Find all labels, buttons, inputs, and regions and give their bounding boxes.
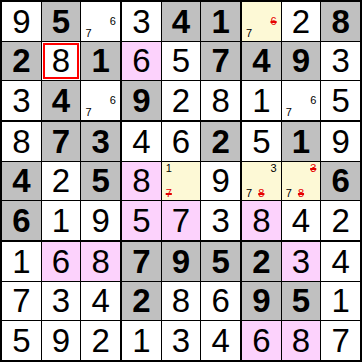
cell-r2c4[interactable]: 6 xyxy=(122,42,161,81)
given-digit: 9 xyxy=(292,44,310,77)
candidate-1: 1 xyxy=(163,163,175,175)
box-7: 168734592 xyxy=(2,242,120,360)
cell-r8c9[interactable]: 1 xyxy=(321,282,360,321)
entered-digit: 9 xyxy=(12,5,30,38)
cell-r3c3[interactable]: 76 xyxy=(81,81,120,120)
cell-r5c5[interactable]: 17 xyxy=(162,162,201,201)
given-digit: 6 xyxy=(12,204,30,237)
given-digit: 9 xyxy=(172,245,190,278)
given-digit: 4 xyxy=(172,5,190,38)
entered-digit: 1 xyxy=(252,84,270,117)
cell-r9c6[interactable]: 4 xyxy=(201,321,240,360)
given-digit: 5 xyxy=(52,5,70,38)
entered-digit: 4 xyxy=(132,125,150,158)
candidate-7: 7 xyxy=(243,187,255,199)
cell-r2c2[interactable]: 8 xyxy=(42,42,81,81)
entered-digit: 4 xyxy=(211,324,229,357)
pencil-marks: 76 xyxy=(82,82,119,119)
entered-digit: 4 xyxy=(91,284,109,317)
eliminated-candidate-7: 7 xyxy=(163,187,175,199)
given-digit: 2 xyxy=(12,44,30,77)
entered-digit: 3 xyxy=(211,204,229,237)
candidate-7: 7 xyxy=(82,27,94,39)
cell-r2c1[interactable]: 2 xyxy=(2,42,41,81)
cell-r8c3[interactable]: 4 xyxy=(81,282,120,321)
given-digit: 4 xyxy=(52,84,70,117)
entered-digit: 8 xyxy=(12,125,30,158)
entered-digit: 2 xyxy=(331,204,349,237)
entered-digit: 8 xyxy=(52,44,70,77)
entered-digit: 2 xyxy=(292,5,310,38)
cell-r5c7[interactable]: 378 xyxy=(242,162,281,201)
entered-digit: 8 xyxy=(172,284,190,317)
given-digit: 2 xyxy=(252,245,270,278)
cell-r9c8[interactable]: 8 xyxy=(282,321,321,360)
cell-r7c5[interactable]: 9 xyxy=(162,242,201,281)
entered-digit: 9 xyxy=(331,125,349,158)
cell-r4c7[interactable]: 5 xyxy=(242,122,281,161)
entered-digit: 5 xyxy=(331,84,349,117)
cell-r4c3[interactable]: 3 xyxy=(81,122,120,161)
cell-r9c3[interactable]: 2 xyxy=(81,321,120,360)
entered-digit: 6 xyxy=(52,245,70,278)
entered-digit: 2 xyxy=(172,84,190,117)
cell-r7c3[interactable]: 8 xyxy=(81,242,120,281)
cell-r5c8[interactable]: 378 xyxy=(282,162,321,201)
cell-r4c2[interactable]: 7 xyxy=(42,122,81,161)
given-digit: 3 xyxy=(91,125,109,158)
entered-digit: 7 xyxy=(172,204,190,237)
entered-digit: 1 xyxy=(12,245,30,278)
cell-r9c5[interactable]: 3 xyxy=(162,321,201,360)
entered-digit: 7 xyxy=(331,324,349,357)
cell-r1c9[interactable]: 8 xyxy=(321,2,360,41)
cell-r2c7[interactable]: 4 xyxy=(242,42,281,81)
cell-r6c1[interactable]: 6 xyxy=(2,201,41,240)
candidate-3: 3 xyxy=(267,163,279,175)
box-1: 95762813476 xyxy=(2,2,120,120)
given-digit: 7 xyxy=(132,245,150,278)
cell-r3c6[interactable]: 8 xyxy=(201,81,240,120)
entered-digit: 9 xyxy=(211,164,229,197)
given-digit: 9 xyxy=(132,84,150,117)
cell-r4c8[interactable]: 1 xyxy=(282,122,321,161)
entered-digit: 3 xyxy=(292,245,310,278)
box-8: 795286134 xyxy=(122,242,240,360)
given-digit: 7 xyxy=(52,125,70,158)
box-5: 4628179573 xyxy=(122,122,240,240)
entered-digit: 4 xyxy=(331,245,349,278)
given-digit: 5 xyxy=(91,164,109,197)
given-digit: 8 xyxy=(331,5,349,38)
cell-r1c2[interactable]: 5 xyxy=(42,2,81,41)
cell-r6c4[interactable]: 5 xyxy=(122,201,161,240)
cell-r3c5[interactable]: 2 xyxy=(162,81,201,120)
eliminated-candidate-6: 6 xyxy=(267,15,279,27)
cell-r9c4[interactable]: 1 xyxy=(122,321,161,360)
cell-r4c9[interactable]: 9 xyxy=(321,122,360,161)
candidate-6: 6 xyxy=(107,95,119,107)
pencil-marks: 378 xyxy=(283,163,320,200)
cell-r3c1[interactable]: 3 xyxy=(2,81,41,120)
cell-r5c2[interactable]: 2 xyxy=(42,162,81,201)
pencil-marks: 76 xyxy=(283,82,320,119)
entered-digit: 1 xyxy=(331,284,349,317)
cell-r4c5[interactable]: 6 xyxy=(162,122,201,161)
given-digit: 4 xyxy=(12,164,30,197)
cell-r1c5[interactable]: 4 xyxy=(162,2,201,41)
entered-digit: 1 xyxy=(132,324,150,357)
cell-r3c2[interactable]: 4 xyxy=(42,81,81,120)
entered-digit: 1 xyxy=(52,204,70,237)
cell-r3c8[interactable]: 76 xyxy=(282,81,321,120)
entered-digit: 5 xyxy=(172,44,190,77)
cell-r5c4[interactable]: 8 xyxy=(122,162,161,201)
cell-r4c1[interactable]: 8 xyxy=(2,122,41,161)
given-digit: 2 xyxy=(132,284,150,317)
cell-r8c7[interactable]: 9 xyxy=(242,282,281,321)
cell-r3c4[interactable]: 9 xyxy=(122,81,161,120)
box-2: 341657928 xyxy=(122,2,240,120)
cell-r2c9[interactable]: 3 xyxy=(321,42,360,81)
cell-r1c4[interactable]: 3 xyxy=(122,2,161,41)
cell-r3c9[interactable]: 5 xyxy=(321,81,360,120)
given-digit: 1 xyxy=(91,44,109,77)
cell-r2c8[interactable]: 9 xyxy=(282,42,321,81)
entered-digit: 5 xyxy=(132,204,150,237)
candidate-6: 6 xyxy=(307,95,319,107)
entered-digit: 2 xyxy=(91,324,109,357)
cell-r6c8[interactable]: 4 xyxy=(282,201,321,240)
candidate-7: 7 xyxy=(82,107,94,119)
cell-r8c5[interactable]: 8 xyxy=(162,282,201,321)
cell-r7c7[interactable]: 2 xyxy=(242,242,281,281)
candidate-7: 7 xyxy=(283,187,295,199)
pencil-marks: 378 xyxy=(243,163,280,200)
cell-r5c1[interactable]: 4 xyxy=(2,162,41,201)
cell-r1c7[interactable]: 76 xyxy=(242,2,281,41)
entered-digit: 7 xyxy=(12,284,30,317)
pencil-marks: 76 xyxy=(82,3,119,40)
entered-digit: 8 xyxy=(132,164,150,197)
given-digit: 1 xyxy=(292,125,310,158)
cell-r8c1[interactable]: 7 xyxy=(2,282,41,321)
box-3: 76284931765 xyxy=(242,2,360,120)
entered-digit: 6 xyxy=(252,324,270,357)
entered-digit: 5 xyxy=(252,125,270,158)
given-digit: 6 xyxy=(331,164,349,197)
entered-digit: 5 xyxy=(12,324,30,357)
cell-r7c4[interactable]: 7 xyxy=(122,242,161,281)
entered-digit: 9 xyxy=(91,204,109,237)
cell-r8c2[interactable]: 3 xyxy=(42,282,81,321)
cell-r2c5[interactable]: 5 xyxy=(162,42,201,81)
cell-r7c2[interactable]: 6 xyxy=(42,242,81,281)
cell-r8c6[interactable]: 6 xyxy=(201,282,240,321)
entered-digit: 6 xyxy=(211,284,229,317)
entered-digit: 3 xyxy=(331,44,349,77)
box-4: 873425619 xyxy=(2,122,120,240)
cell-r2c3[interactable]: 1 xyxy=(81,42,120,81)
given-digit: 9 xyxy=(252,284,270,317)
entered-digit: 3 xyxy=(172,324,190,357)
cell-r5c3[interactable]: 5 xyxy=(81,162,120,201)
sudoku-board: 9576281347634165792876284931765873425619… xyxy=(0,0,362,362)
eliminated-candidate-8: 8 xyxy=(295,187,307,199)
candidate-7: 7 xyxy=(243,27,255,39)
cell-r9c9[interactable]: 7 xyxy=(321,321,360,360)
box-6: 5193783786842 xyxy=(242,122,360,240)
cell-r9c1[interactable]: 5 xyxy=(2,321,41,360)
cell-r4c4[interactable]: 4 xyxy=(122,122,161,161)
cell-r9c2[interactable]: 9 xyxy=(42,321,81,360)
entered-digit: 8 xyxy=(211,84,229,117)
entered-digit: 6 xyxy=(132,44,150,77)
given-digit: 5 xyxy=(292,284,310,317)
entered-digit: 8 xyxy=(91,245,109,278)
entered-digit: 9 xyxy=(52,324,70,357)
cell-r6c7[interactable]: 8 xyxy=(242,201,281,240)
given-digit: 2 xyxy=(211,125,229,158)
cell-r5c6[interactable]: 9 xyxy=(201,162,240,201)
entered-digit: 6 xyxy=(172,125,190,158)
cell-r7c1[interactable]: 1 xyxy=(2,242,41,281)
entered-digit: 3 xyxy=(52,284,70,317)
cell-r1c3[interactable]: 76 xyxy=(81,2,120,41)
eliminated-candidate-3: 3 xyxy=(307,163,319,175)
cell-r7c6[interactable]: 5 xyxy=(201,242,240,281)
cell-r2c6[interactable]: 7 xyxy=(201,42,240,81)
given-digit: 7 xyxy=(211,44,229,77)
candidate-6: 6 xyxy=(107,15,119,27)
cell-r6c5[interactable]: 7 xyxy=(162,201,201,240)
cell-r1c6[interactable]: 1 xyxy=(201,2,240,41)
entered-digit: 8 xyxy=(252,204,270,237)
entered-digit: 3 xyxy=(132,5,150,38)
cell-r6c9[interactable]: 2 xyxy=(321,201,360,240)
given-digit: 1 xyxy=(211,5,229,38)
candidate-7: 7 xyxy=(283,107,295,119)
cell-r9c7[interactable]: 6 xyxy=(242,321,281,360)
entered-digit: 4 xyxy=(292,204,310,237)
cell-r6c6[interactable]: 3 xyxy=(201,201,240,240)
cell-r3c7[interactable]: 1 xyxy=(242,81,281,120)
given-digit: 5 xyxy=(211,245,229,278)
cell-r5c9[interactable]: 6 xyxy=(321,162,360,201)
cell-r7c8[interactable]: 3 xyxy=(282,242,321,281)
entered-digit: 8 xyxy=(292,324,310,357)
cell-r1c1[interactable]: 9 xyxy=(2,2,41,41)
cell-r8c4[interactable]: 2 xyxy=(122,282,161,321)
eliminated-candidate-8: 8 xyxy=(255,187,267,199)
cell-r4c6[interactable]: 2 xyxy=(201,122,240,161)
cell-r7c9[interactable]: 4 xyxy=(321,242,360,281)
cell-r6c3[interactable]: 9 xyxy=(81,201,120,240)
entered-digit: 3 xyxy=(12,84,30,117)
cell-r8c8[interactable]: 5 xyxy=(282,282,321,321)
entered-digit: 2 xyxy=(52,164,70,197)
pencil-marks: 17 xyxy=(163,163,200,200)
box-9: 234951687 xyxy=(242,242,360,360)
cell-r1c8[interactable]: 2 xyxy=(282,2,321,41)
cell-r6c2[interactable]: 1 xyxy=(42,201,81,240)
given-digit: 4 xyxy=(252,44,270,77)
pencil-marks: 76 xyxy=(243,3,280,40)
